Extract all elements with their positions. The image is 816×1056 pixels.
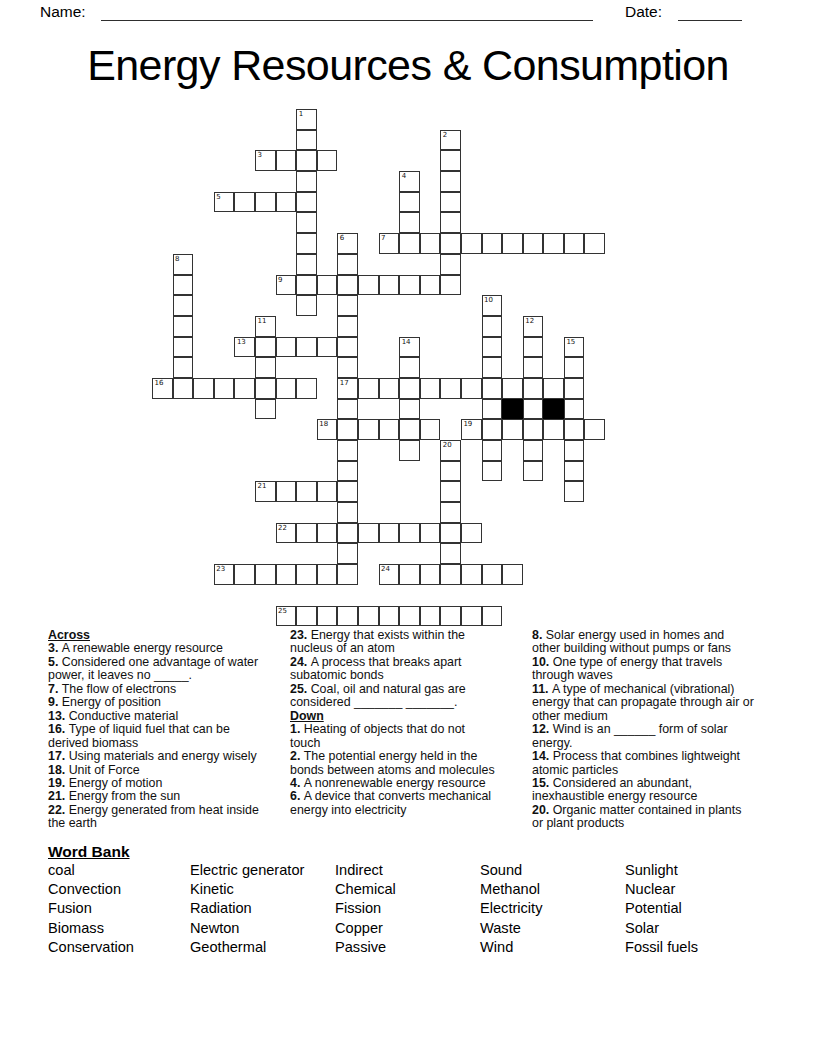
clue-across-17: 17. Using materials and energy wisely <box>48 750 290 763</box>
cell-r22c7[interactable] <box>296 564 317 585</box>
cell-r11c12[interactable]: 14 <box>399 337 420 358</box>
cell-r21c9[interactable] <box>337 543 358 564</box>
cell-r24c7[interactable] <box>296 606 317 627</box>
cell-r16c18[interactable] <box>523 440 544 461</box>
cell-r14c18[interactable] <box>523 399 544 420</box>
cell-r9c1[interactable] <box>173 295 194 316</box>
cell-r0c7[interactable]: 1 <box>296 109 317 130</box>
black-cell-r14c19 <box>543 399 564 420</box>
cell-r24c6[interactable]: 25 <box>276 606 297 627</box>
cell-number-12: 12 <box>525 317 534 325</box>
clue-across-13: 13. Conductive material <box>48 710 290 723</box>
cell-r13c10[interactable] <box>358 378 379 399</box>
cell-r13c12[interactable] <box>399 378 420 399</box>
word-bank-item: Nuclear <box>625 880 698 899</box>
cell-r6c16[interactable] <box>482 233 503 254</box>
cell-r17c9[interactable] <box>337 461 358 482</box>
cell-number-14: 14 <box>402 338 411 346</box>
cell-r4c7[interactable] <box>296 192 317 213</box>
cell-r20c15[interactable] <box>461 523 482 544</box>
cell-r3c14[interactable] <box>440 171 461 192</box>
word-bank-item: Sunlight <box>625 861 698 880</box>
name-line[interactable] <box>101 20 593 21</box>
clue-across-5: 5. Considered one advantage of water pow… <box>48 656 290 683</box>
cell-r6c21[interactable] <box>584 233 605 254</box>
cell-r16c14[interactable]: 20 <box>440 440 461 461</box>
cell-r6c18[interactable] <box>523 233 544 254</box>
clue-across-25: 25. Coal, oil and natural gas are consid… <box>290 683 532 710</box>
cell-r24c14[interactable] <box>440 606 461 627</box>
word-bank-item: Chemical <box>335 880 396 899</box>
cell-r15c15[interactable]: 19 <box>461 419 482 440</box>
cell-r21c14[interactable] <box>440 543 461 564</box>
cell-r17c14[interactable] <box>440 461 461 482</box>
cell-r5c12[interactable] <box>399 212 420 233</box>
cell-r13c6[interactable] <box>276 378 297 399</box>
cell-r18c8[interactable] <box>317 481 338 502</box>
cell-r7c14[interactable] <box>440 254 461 275</box>
cell-number-4: 4 <box>402 172 406 180</box>
cell-r4c3[interactable]: 5 <box>214 192 235 213</box>
cell-r3c7[interactable] <box>296 171 317 192</box>
cell-r16c20[interactable] <box>564 440 585 461</box>
cell-r22c15[interactable] <box>461 564 482 585</box>
cell-r13c3[interactable] <box>214 378 235 399</box>
cell-r14c12[interactable] <box>399 399 420 420</box>
cell-r20c13[interactable] <box>420 523 441 544</box>
word-bank-item: Copper <box>335 919 396 938</box>
cell-r4c12[interactable] <box>399 192 420 213</box>
cell-r1c7[interactable] <box>296 130 317 151</box>
word-bank-item: Fusion <box>48 899 134 918</box>
cell-number-10: 10 <box>484 296 493 304</box>
cell-r4c5[interactable] <box>255 192 276 213</box>
cell-r13c0[interactable]: 16 <box>152 378 173 399</box>
cell-r15c12[interactable] <box>399 419 420 440</box>
cell-r4c14[interactable] <box>440 192 461 213</box>
cell-r6c15[interactable] <box>461 233 482 254</box>
clue-across-19: 19. Energy of motion <box>48 777 290 790</box>
word-bank-item: Convection <box>48 880 134 899</box>
clue-across-7: 7. The flow of electrons <box>48 683 290 696</box>
cell-r8c8[interactable] <box>317 275 338 296</box>
cell-r18c20[interactable] <box>564 481 585 502</box>
cell-r14c5[interactable] <box>255 399 276 420</box>
cell-r10c1[interactable] <box>173 316 194 337</box>
word-bank-item: Waste <box>480 919 542 938</box>
cell-r15c17[interactable] <box>502 419 523 440</box>
cell-r2c14[interactable] <box>440 150 461 171</box>
cell-r13c17[interactable] <box>502 378 523 399</box>
cell-number-17: 17 <box>340 379 349 387</box>
cell-r22c4[interactable] <box>234 564 255 585</box>
cell-r15c19[interactable] <box>543 419 564 440</box>
cell-r17c18[interactable] <box>523 461 544 482</box>
cell-r18c5[interactable]: 21 <box>255 481 276 502</box>
cell-r10c16[interactable] <box>482 316 503 337</box>
cell-r13c9[interactable]: 17 <box>337 378 358 399</box>
cell-r11c20[interactable]: 15 <box>564 337 585 358</box>
cell-r22c3[interactable]: 23 <box>214 564 235 585</box>
cell-number-22: 22 <box>278 524 287 532</box>
cell-r3c12[interactable]: 4 <box>399 171 420 192</box>
cell-r20c7[interactable] <box>296 523 317 544</box>
cell-r14c9[interactable] <box>337 399 358 420</box>
cell-r15c18[interactable] <box>523 419 544 440</box>
cell-r15c21[interactable] <box>584 419 605 440</box>
cell-r13c16[interactable] <box>482 378 503 399</box>
word-bank-item: Electricity <box>480 899 542 918</box>
word-bank-column-3: IndirectChemicalFissionCopperPassive <box>335 861 396 957</box>
clue-down-10: 10. One type of energy that travels thro… <box>532 656 794 683</box>
cell-r14c16[interactable] <box>482 399 503 420</box>
cell-r8c11[interactable] <box>379 275 400 296</box>
cell-r24c12[interactable] <box>399 606 420 627</box>
clue-down-12: 12. Wind is an ______ form of solar ener… <box>532 723 794 750</box>
cell-r10c5[interactable]: 11 <box>255 316 276 337</box>
clue-down-1: 1. Heating of objects that do not touch <box>290 723 532 750</box>
cell-r24c10[interactable] <box>358 606 379 627</box>
word-bank-column-5: SunlightNuclearPotentialSolarFossil fuel… <box>625 861 698 957</box>
cell-r8c7[interactable] <box>296 275 317 296</box>
word-bank-item: Methanol <box>480 880 542 899</box>
cell-r10c18[interactable]: 12 <box>523 316 544 337</box>
word-bank-item: Fossil fuels <box>625 938 698 957</box>
clue-down-4: 4. A nonrenewable energy resource <box>290 777 532 790</box>
word-bank-item: Sound <box>480 861 542 880</box>
clue-across-23: 23. Energy that exists within the nucleu… <box>290 629 532 656</box>
cell-r12c1[interactable] <box>173 357 194 378</box>
cell-r20c6[interactable]: 22 <box>276 523 297 544</box>
cell-r8c13[interactable] <box>420 275 441 296</box>
cell-r10c9[interactable] <box>337 316 358 337</box>
word-bank-item: Indirect <box>335 861 396 880</box>
cell-number-3: 3 <box>257 151 261 159</box>
clue-column-2: 23. Energy that exists within the nucleu… <box>290 629 532 817</box>
cell-r22c5[interactable] <box>255 564 276 585</box>
cell-r17c16[interactable] <box>482 461 503 482</box>
cell-r13c13[interactable] <box>420 378 441 399</box>
clue-column-3: 8. Solar energy used in homes and other … <box>532 629 794 831</box>
cell-number-6: 6 <box>340 234 344 242</box>
cell-r8c14[interactable] <box>440 275 461 296</box>
word-bank-item: Radiation <box>190 899 304 918</box>
cell-r6c11[interactable]: 7 <box>379 233 400 254</box>
cell-r13c7[interactable] <box>296 378 317 399</box>
cell-r20c9[interactable] <box>337 523 358 544</box>
cell-r13c14[interactable] <box>440 378 461 399</box>
cell-r6c9[interactable]: 6 <box>337 233 358 254</box>
cell-r24c11[interactable] <box>379 606 400 627</box>
black-cell-r14c17 <box>502 399 523 420</box>
cell-r20c12[interactable] <box>399 523 420 544</box>
cell-r12c5[interactable] <box>255 357 276 378</box>
cell-r22c17[interactable] <box>502 564 523 585</box>
cell-r13c1[interactable] <box>173 378 194 399</box>
cell-r24c16[interactable] <box>482 606 503 627</box>
word-bank-item: Potential <box>625 899 698 918</box>
cell-r8c10[interactable] <box>358 275 379 296</box>
name-label: Name: <box>40 3 86 21</box>
cell-number-23: 23 <box>216 565 225 573</box>
cell-r22c9[interactable] <box>337 564 358 585</box>
cell-r12c20[interactable] <box>564 357 585 378</box>
cell-number-19: 19 <box>463 420 472 428</box>
cell-r11c6[interactable] <box>276 337 297 358</box>
word-bank-item: Solar <box>625 919 698 938</box>
cell-r18c6[interactable] <box>276 481 297 502</box>
clue-down-15: 15. Considered an abundant, inexhaustibl… <box>532 777 794 804</box>
cell-r6c17[interactable] <box>502 233 523 254</box>
cell-r18c9[interactable] <box>337 481 358 502</box>
cell-r15c13[interactable] <box>420 419 441 440</box>
date-line[interactable] <box>678 20 742 21</box>
cell-r9c7[interactable] <box>296 295 317 316</box>
word-bank-item: Fission <box>335 899 396 918</box>
cell-r13c5[interactable] <box>255 378 276 399</box>
cell-r22c16[interactable] <box>482 564 503 585</box>
cell-number-11: 11 <box>257 317 266 325</box>
cell-r5c7[interactable] <box>296 212 317 233</box>
cell-r19c9[interactable] <box>337 502 358 523</box>
clue-across-18: 18. Unit of Force <box>48 764 290 777</box>
cell-r22c11[interactable]: 24 <box>379 564 400 585</box>
crossword-grid: 1234567891011121314151617181920212223242… <box>152 109 605 626</box>
cell-r7c9[interactable] <box>337 254 358 275</box>
cell-r6c20[interactable] <box>564 233 585 254</box>
cell-r15c11[interactable] <box>379 419 400 440</box>
cell-number-25: 25 <box>278 607 287 615</box>
cell-number-20: 20 <box>443 441 452 449</box>
cell-r20c10[interactable] <box>358 523 379 544</box>
cell-r9c16[interactable]: 10 <box>482 295 503 316</box>
word-bank-item: Wind <box>480 938 542 957</box>
cell-r20c14[interactable] <box>440 523 461 544</box>
cell-r13c15[interactable] <box>461 378 482 399</box>
cell-r17c20[interactable] <box>564 461 585 482</box>
cell-r12c18[interactable] <box>523 357 544 378</box>
clue-across-3: 3. A renewable energy resource <box>48 642 290 655</box>
clue-down-2: 2. The potential energy held in the bond… <box>290 750 532 777</box>
cell-r6c19[interactable] <box>543 233 564 254</box>
clue-column-1: Across3. A renewable energy resource5. C… <box>48 629 290 831</box>
cell-r11c1[interactable] <box>173 337 194 358</box>
word-bank-column-2: Electric generatorKineticRadiationNewton… <box>190 861 304 957</box>
cell-r2c6[interactable] <box>276 150 297 171</box>
cell-r15c10[interactable] <box>358 419 379 440</box>
cell-r6c12[interactable] <box>399 233 420 254</box>
cell-r12c12[interactable] <box>399 357 420 378</box>
cell-r22c8[interactable] <box>317 564 338 585</box>
cell-number-9: 9 <box>278 276 282 284</box>
clue-across-22: 22. Energy generated from heat inside th… <box>48 804 290 831</box>
cell-r20c11[interactable] <box>379 523 400 544</box>
cell-r14c20[interactable] <box>564 399 585 420</box>
word-bank-column-4: SoundMethanolElectricityWasteWind <box>480 861 542 957</box>
cell-number-7: 7 <box>381 234 385 242</box>
cell-r13c2[interactable] <box>193 378 214 399</box>
cell-number-5: 5 <box>216 193 220 201</box>
cell-number-24: 24 <box>381 565 390 573</box>
cell-number-2: 2 <box>443 131 447 139</box>
cell-r1c14[interactable]: 2 <box>440 130 461 151</box>
cell-r11c18[interactable] <box>523 337 544 358</box>
word-bank-column-1: coalConvectionFusionBiomassConservation <box>48 861 134 957</box>
cell-r6c7[interactable] <box>296 233 317 254</box>
cell-r11c8[interactable] <box>317 337 338 358</box>
cell-r15c16[interactable] <box>482 419 503 440</box>
word-bank-item: Kinetic <box>190 880 304 899</box>
cell-r11c4[interactable]: 13 <box>234 337 255 358</box>
cell-r2c7[interactable] <box>296 150 317 171</box>
cell-r13c4[interactable] <box>234 378 255 399</box>
clue-down-11: 11. A type of mechanical (vibrational) e… <box>532 683 794 723</box>
cell-r22c6[interactable] <box>276 564 297 585</box>
cell-r22c14[interactable] <box>440 564 461 585</box>
clue-across-16: 16. Type of liquid fuel that can be deri… <box>48 723 290 750</box>
cell-r16c9[interactable] <box>337 440 358 461</box>
clue-down-20: 20. Organic matter contained in plants o… <box>532 804 794 831</box>
cell-number-16: 16 <box>155 379 164 387</box>
clue-across-21: 21. Energy from the sun <box>48 790 290 803</box>
cell-r20c8[interactable] <box>317 523 338 544</box>
down-header: Down <box>290 710 532 723</box>
cell-r22c12[interactable] <box>399 564 420 585</box>
cell-r24c15[interactable] <box>461 606 482 627</box>
clue-down-6: 6. A device that converts mechanical ene… <box>290 790 532 817</box>
cell-r2c5[interactable]: 3 <box>255 150 276 171</box>
cell-r8c1[interactable] <box>173 275 194 296</box>
cell-r22c13[interactable] <box>420 564 441 585</box>
cell-r13c11[interactable] <box>379 378 400 399</box>
cell-r7c1[interactable]: 8 <box>173 254 194 275</box>
cell-r4c4[interactable] <box>234 192 255 213</box>
cell-r12c9[interactable] <box>337 357 358 378</box>
word-bank-item: Electric generator <box>190 861 304 880</box>
cell-r4c6[interactable] <box>276 192 297 213</box>
clue-across-9: 9. Energy of position <box>48 696 290 709</box>
cell-r13c19[interactable] <box>543 378 564 399</box>
word-bank-item: Biomass <box>48 919 134 938</box>
cell-r6c13[interactable] <box>420 233 441 254</box>
cell-number-18: 18 <box>319 420 328 428</box>
cell-r6c14[interactable] <box>440 233 461 254</box>
cell-r18c14[interactable] <box>440 481 461 502</box>
cell-r8c12[interactable] <box>399 275 420 296</box>
clue-down-8: 8. Solar energy used in homes and other … <box>532 629 794 656</box>
page-title: Energy Resources & Consumption <box>0 41 816 90</box>
word-bank-item: Passive <box>335 938 396 957</box>
word-bank-header: Word Bank <box>48 843 130 861</box>
cell-r2c8[interactable] <box>317 150 338 171</box>
word-bank-item: Geothermal <box>190 938 304 957</box>
cell-r15c20[interactable] <box>564 419 585 440</box>
word-bank-item: Newton <box>190 919 304 938</box>
cell-r11c16[interactable] <box>482 337 503 358</box>
across-header: Across <box>48 629 290 642</box>
cell-r11c9[interactable] <box>337 337 358 358</box>
clue-down-14: 14. Process that combines lightweight at… <box>532 750 794 777</box>
cell-r19c14[interactable] <box>440 502 461 523</box>
cell-r11c7[interactable] <box>296 337 317 358</box>
cell-number-13: 13 <box>237 338 246 346</box>
cell-r11c5[interactable] <box>255 337 276 358</box>
cell-r5c14[interactable] <box>440 212 461 233</box>
cell-r24c8[interactable] <box>317 606 338 627</box>
cell-r15c9[interactable] <box>337 419 358 440</box>
cell-r8c9[interactable] <box>337 275 358 296</box>
word-bank-item: coal <box>48 861 134 880</box>
cell-r16c16[interactable] <box>482 440 503 461</box>
cell-r13c20[interactable] <box>564 378 585 399</box>
cell-r12c16[interactable] <box>482 357 503 378</box>
cell-number-8: 8 <box>175 255 179 263</box>
word-bank-item: Conservation <box>48 938 134 957</box>
cell-number-15: 15 <box>566 338 575 346</box>
cell-r8c6[interactable]: 9 <box>276 275 297 296</box>
cell-number-1: 1 <box>299 110 303 118</box>
clue-across-24: 24. A process that breaks apart subatomi… <box>290 656 532 683</box>
cell-number-21: 21 <box>257 482 266 490</box>
cell-r15c8[interactable]: 18 <box>317 419 338 440</box>
cell-r7c7[interactable] <box>296 254 317 275</box>
cell-r13c18[interactable] <box>523 378 544 399</box>
cell-r24c13[interactable] <box>420 606 441 627</box>
cell-r18c7[interactable] <box>296 481 317 502</box>
date-label: Date: <box>625 3 662 21</box>
cell-r24c9[interactable] <box>337 606 358 627</box>
cell-r16c12[interactable] <box>399 440 420 461</box>
cell-r9c9[interactable] <box>337 295 358 316</box>
